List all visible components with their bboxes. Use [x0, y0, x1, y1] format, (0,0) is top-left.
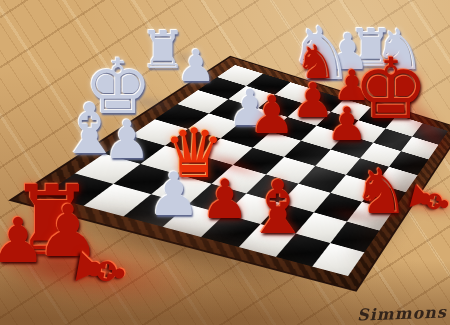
red-piece-lying-left[interactable]: ♝	[64, 236, 137, 304]
white-pawn-d[interactable]: ♟	[147, 164, 201, 224]
red-knight-near[interactable]: ♞	[353, 161, 409, 223]
red-pawn-fallen-a[interactable]: ♟	[0, 210, 46, 272]
white-pawn-b[interactable]: ♟	[103, 113, 151, 166]
chess-render-scene: ♜♜♟♞♞♞♟♟♚♟♚♟♟♟♝♟♛♝♞♟♟♝♜♟♟♝ Simmons	[0, 0, 450, 325]
artist-signature: Simmons	[357, 302, 447, 324]
red-bishop[interactable]: ♝	[245, 170, 311, 244]
red-pawn-c[interactable]: ♟	[326, 101, 367, 147]
red-pawn-e[interactable]: ♟	[201, 173, 249, 227]
white-pawn-a[interactable]: ♟	[176, 44, 215, 88]
red-pawn-d[interactable]: ♟	[249, 89, 296, 141]
